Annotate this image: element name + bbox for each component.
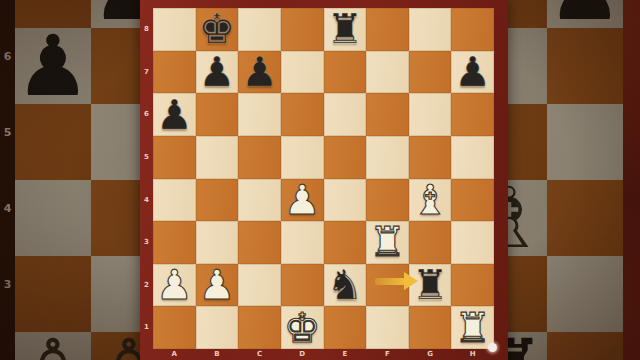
screenshot-stage: ♟♟♟♗♙♙♜6543 ♚♜♟♟♟♟♟♝♜♟♟♞♜♚♜ 87654321ABCD… — [0, 0, 640, 360]
move-arrow-tail — [375, 278, 405, 285]
square-a3[interactable] — [153, 221, 196, 264]
white-rook[interactable]: ♜ — [451, 306, 494, 349]
black-king[interactable]: ♚ — [196, 8, 239, 51]
square-c4[interactable] — [238, 179, 281, 222]
square-e6[interactable] — [324, 93, 367, 136]
black-pawn[interactable]: ♟ — [238, 51, 281, 94]
square-c7[interactable]: ♟ — [238, 51, 281, 94]
rank-label-5: 5 — [140, 136, 153, 179]
square-b8[interactable]: ♚ — [196, 8, 239, 51]
square-d8[interactable] — [281, 8, 324, 51]
square-a8[interactable] — [153, 8, 196, 51]
background-square — [547, 332, 623, 360]
square-g1[interactable] — [409, 306, 452, 349]
square-c8[interactable] — [238, 8, 281, 51]
background-square — [15, 104, 91, 180]
file-label-g: G — [409, 348, 452, 360]
square-g4[interactable]: ♝ — [409, 179, 452, 222]
square-g5[interactable] — [409, 136, 452, 179]
square-f6[interactable] — [366, 93, 409, 136]
square-c6[interactable] — [238, 93, 281, 136]
square-h1[interactable]: ♜ — [451, 306, 494, 349]
white-pawn[interactable]: ♟ — [153, 264, 196, 307]
rank-label-1: 1 — [140, 306, 153, 349]
background-rank-label-3: 3 — [0, 278, 15, 292]
file-label-c: C — [238, 348, 281, 360]
rank-label-2: 2 — [140, 264, 153, 307]
file-label-h: H — [451, 348, 494, 360]
square-a7[interactable] — [153, 51, 196, 94]
square-h4[interactable] — [451, 179, 494, 222]
background-board-right-border — [623, 0, 640, 360]
square-b5[interactable] — [196, 136, 239, 179]
white-rook[interactable]: ♜ — [366, 221, 409, 264]
rank-label-3: 3 — [140, 221, 153, 264]
square-h5[interactable] — [451, 136, 494, 179]
square-b4[interactable] — [196, 179, 239, 222]
background-rank-label-5: 5 — [0, 126, 15, 140]
square-c2[interactable] — [238, 264, 281, 307]
square-g8[interactable] — [409, 8, 452, 51]
square-f1[interactable] — [366, 306, 409, 349]
square-d4[interactable]: ♟ — [281, 179, 324, 222]
background-square — [547, 104, 623, 180]
chess-board: ♚♜♟♟♟♟♟♝♜♟♟♞♜♚♜ 87654321ABCDEFGH — [140, 0, 508, 360]
square-f4[interactable] — [366, 179, 409, 222]
square-f2[interactable] — [366, 264, 409, 307]
square-b2[interactable]: ♟ — [196, 264, 239, 307]
square-a1[interactable] — [153, 306, 196, 349]
square-d6[interactable] — [281, 93, 324, 136]
square-e7[interactable] — [324, 51, 367, 94]
file-label-b: B — [196, 348, 239, 360]
black-rook[interactable]: ♜ — [324, 8, 367, 51]
background-rank-label-6: 6 — [0, 50, 15, 64]
white-pawn[interactable]: ♟ — [281, 179, 324, 222]
background-square — [15, 180, 91, 256]
rank-label-4: 4 — [140, 179, 153, 222]
background-rank-label-4: 4 — [0, 202, 15, 216]
square-g6[interactable] — [409, 93, 452, 136]
square-d1[interactable]: ♚ — [281, 306, 324, 349]
square-d3[interactable] — [281, 221, 324, 264]
white-bishop[interactable]: ♝ — [409, 179, 452, 222]
black-pawn[interactable]: ♟ — [153, 93, 196, 136]
background-black-pawn: ♟ — [547, 0, 623, 28]
square-c1[interactable] — [238, 306, 281, 349]
square-d5[interactable] — [281, 136, 324, 179]
square-g3[interactable] — [409, 221, 452, 264]
square-b3[interactable] — [196, 221, 239, 264]
background-white-pawn: ♙ — [15, 332, 91, 360]
square-h6[interactable] — [451, 93, 494, 136]
square-e4[interactable] — [324, 179, 367, 222]
square-e5[interactable] — [324, 136, 367, 179]
background-square — [547, 180, 623, 256]
corner-indicator-dot — [488, 343, 497, 352]
board-squares: ♚♜♟♟♟♟♟♝♜♟♟♞♜♚♜ — [153, 8, 494, 349]
square-f8[interactable] — [366, 8, 409, 51]
square-a2[interactable]: ♟ — [153, 264, 196, 307]
square-h8[interactable] — [451, 8, 494, 51]
black-pawn[interactable]: ♟ — [196, 51, 239, 94]
square-h7[interactable]: ♟ — [451, 51, 494, 94]
file-label-d: D — [281, 348, 324, 360]
square-f5[interactable] — [366, 136, 409, 179]
square-e2[interactable]: ♞ — [324, 264, 367, 307]
background-square — [547, 28, 623, 104]
square-d7[interactable] — [281, 51, 324, 94]
square-b7[interactable]: ♟ — [196, 51, 239, 94]
move-arrow-head — [404, 272, 418, 290]
black-knight[interactable]: ♞ — [324, 264, 367, 307]
white-pawn[interactable]: ♟ — [196, 264, 239, 307]
rank-label-7: 7 — [140, 51, 153, 94]
square-f7[interactable] — [366, 51, 409, 94]
square-e8[interactable]: ♜ — [324, 8, 367, 51]
rank-label-6: 6 — [140, 93, 153, 136]
square-b1[interactable] — [196, 306, 239, 349]
square-a6[interactable]: ♟ — [153, 93, 196, 136]
square-a5[interactable] — [153, 136, 196, 179]
rank-label-8: 8 — [140, 8, 153, 51]
square-a4[interactable] — [153, 179, 196, 222]
black-pawn[interactable]: ♟ — [451, 51, 494, 94]
file-label-e: E — [324, 348, 367, 360]
square-g7[interactable] — [409, 51, 452, 94]
file-label-f: F — [366, 348, 409, 360]
square-h3[interactable] — [451, 221, 494, 264]
file-label-a: A — [153, 348, 196, 360]
square-e1[interactable] — [324, 306, 367, 349]
square-c3[interactable] — [238, 221, 281, 264]
square-b6[interactable] — [196, 93, 239, 136]
square-d2[interactable] — [281, 264, 324, 307]
background-square — [547, 256, 623, 332]
square-h2[interactable] — [451, 264, 494, 307]
white-king[interactable]: ♚ — [281, 306, 324, 349]
background-black-pawn: ♟ — [15, 28, 91, 104]
square-f3[interactable]: ♜ — [366, 221, 409, 264]
square-e3[interactable] — [324, 221, 367, 264]
square-c5[interactable] — [238, 136, 281, 179]
